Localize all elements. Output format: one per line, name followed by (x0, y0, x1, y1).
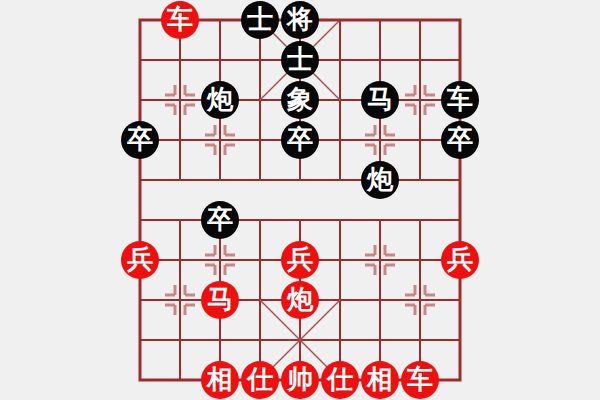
piece-red-chariot-2[interactable]: 车 (401, 361, 439, 399)
piece-black-horse[interactable]: 马 (361, 81, 399, 119)
xiangqi-board[interactable]: 车士将士炮象马车卒卒卒炮卒兵兵兵马炮相仕帅仕相车 (0, 0, 600, 400)
piece-red-horse[interactable]: 马 (201, 281, 239, 319)
piece-glyph: 车 (407, 366, 433, 392)
piece-black-chariot[interactable]: 车 (441, 81, 479, 119)
piece-black-soldier-2[interactable]: 卒 (281, 121, 319, 159)
piece-glyph: 卒 (447, 126, 473, 152)
piece-glyph: 卒 (127, 126, 153, 152)
piece-black-soldier-3[interactable]: 卒 (441, 121, 479, 159)
piece-black-cannon-1[interactable]: 炮 (201, 81, 239, 119)
piece-red-elephant-2[interactable]: 相 (361, 361, 399, 399)
piece-glyph: 象 (287, 86, 313, 112)
piece-red-general[interactable]: 帅 (281, 361, 319, 399)
piece-red-soldier-1[interactable]: 兵 (121, 241, 159, 279)
piece-black-advisor-1[interactable]: 士 (241, 1, 279, 39)
piece-glyph: 仕 (327, 366, 353, 392)
piece-glyph: 兵 (447, 246, 473, 272)
piece-black-advisor-2[interactable]: 士 (281, 41, 319, 79)
piece-black-elephant[interactable]: 象 (281, 81, 319, 119)
piece-black-cannon-2[interactable]: 炮 (361, 161, 399, 199)
piece-glyph: 卒 (287, 126, 313, 152)
piece-black-soldier-1[interactable]: 卒 (121, 121, 159, 159)
piece-glyph: 相 (207, 366, 233, 392)
piece-black-general[interactable]: 将 (281, 1, 319, 39)
piece-glyph: 炮 (367, 166, 393, 192)
piece-black-soldier-4[interactable]: 卒 (201, 201, 239, 239)
piece-glyph: 车 (447, 86, 473, 112)
piece-red-advisor-1[interactable]: 仕 (241, 361, 279, 399)
piece-glyph: 车 (167, 6, 193, 32)
piece-glyph: 仕 (247, 366, 273, 392)
piece-red-soldier-3[interactable]: 兵 (441, 241, 479, 279)
piece-glyph: 士 (247, 6, 273, 32)
piece-glyph: 马 (367, 86, 393, 112)
piece-red-cannon[interactable]: 炮 (281, 281, 319, 319)
piece-glyph: 兵 (127, 246, 153, 272)
piece-glyph: 马 (207, 286, 233, 312)
piece-glyph: 炮 (207, 86, 233, 112)
piece-red-elephant-1[interactable]: 相 (201, 361, 239, 399)
xiangqi-screen: 车士将士炮象马车卒卒卒炮卒兵兵兵马炮相仕帅仕相车 (0, 0, 600, 400)
piece-glyph: 兵 (287, 246, 313, 272)
board-grid: 车士将士炮象马车卒卒卒炮卒兵兵兵马炮相仕帅仕相车 (120, 0, 480, 400)
piece-glyph: 帅 (287, 366, 313, 392)
piece-glyph: 将 (287, 6, 313, 32)
piece-red-advisor-2[interactable]: 仕 (321, 361, 359, 399)
piece-glyph: 相 (367, 366, 393, 392)
piece-glyph: 卒 (207, 206, 233, 232)
piece-glyph: 炮 (287, 286, 313, 312)
piece-red-chariot-1[interactable]: 车 (161, 1, 199, 39)
piece-red-soldier-2[interactable]: 兵 (281, 241, 319, 279)
piece-glyph: 士 (287, 46, 313, 72)
